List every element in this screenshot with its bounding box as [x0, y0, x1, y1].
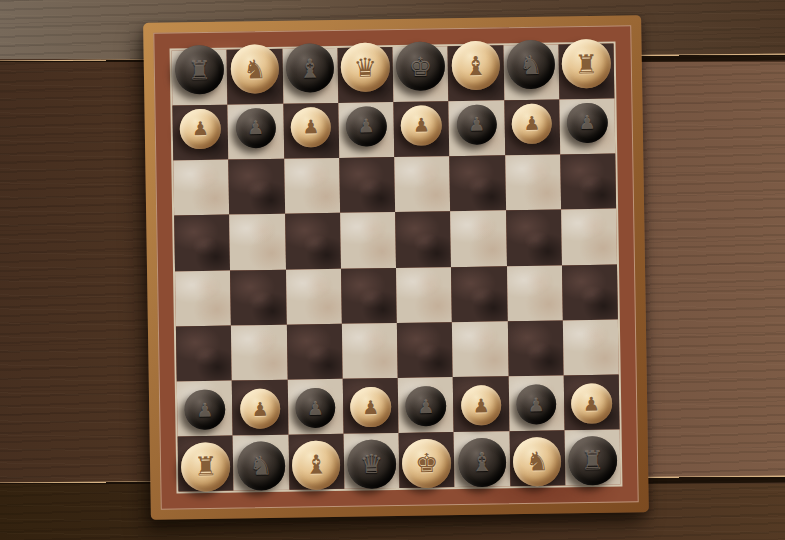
- square-d2[interactable]: ♟: [342, 378, 398, 434]
- knight-icon: ♞: [243, 56, 267, 82]
- piece-white-pawn-b2[interactable]: ♟: [240, 389, 281, 430]
- square-g5[interactable]: [506, 210, 562, 266]
- queen-icon: ♛: [353, 54, 377, 80]
- rook-icon: ♜: [188, 57, 212, 83]
- pawn-icon: ♟: [413, 116, 430, 135]
- square-g3[interactable]: [507, 320, 563, 376]
- square-e3[interactable]: [397, 322, 453, 378]
- piece-white-pawn-e7[interactable]: ♟: [401, 105, 442, 146]
- pawn-icon: ♟: [251, 399, 268, 418]
- square-g6[interactable]: [505, 155, 561, 211]
- pawn-icon: ♟: [362, 398, 379, 417]
- square-c5[interactable]: [285, 213, 341, 269]
- piece-black-bishop-c8[interactable]: ♝: [285, 43, 334, 92]
- pawn-icon: ♟: [523, 114, 540, 133]
- square-e1[interactable]: ♚: [399, 432, 455, 488]
- board-grid: ♜♞♝♛♚♝♞♜♟♟♟♟♟♟♟♟♟♟♟♟♟♟♟♟♜♞♝♛♚♝♞♜: [172, 44, 621, 492]
- piece-black-pawn-c2[interactable]: ♟: [295, 388, 336, 429]
- rook-icon: ♜: [194, 454, 218, 480]
- square-h2[interactable]: ♟: [563, 374, 619, 430]
- piece-white-pawn-d2[interactable]: ♟: [350, 387, 391, 428]
- square-e6[interactable]: [394, 156, 450, 212]
- piece-white-bishop-c1[interactable]: ♝: [292, 440, 341, 489]
- square-a7[interactable]: ♟: [172, 105, 228, 161]
- square-a3[interactable]: [176, 325, 232, 381]
- square-h1[interactable]: ♜: [564, 429, 620, 485]
- pawn-icon: ♟: [357, 116, 374, 135]
- pawn-icon: ♟: [307, 399, 324, 418]
- square-c7[interactable]: ♟: [283, 103, 339, 159]
- square-e8[interactable]: ♚: [393, 46, 449, 102]
- pawn-icon: ♟: [417, 397, 434, 416]
- pawn-icon: ♟: [528, 395, 545, 414]
- square-f8[interactable]: ♝: [448, 45, 504, 101]
- square-h6[interactable]: [560, 154, 616, 210]
- square-a5[interactable]: [174, 215, 230, 271]
- square-h8[interactable]: ♜: [558, 44, 614, 100]
- square-g4[interactable]: [506, 265, 562, 321]
- king-icon: ♚: [415, 450, 439, 476]
- bishop-icon: ♝: [464, 52, 488, 78]
- piece-black-pawn-f7[interactable]: ♟: [456, 104, 497, 145]
- square-b7[interactable]: ♟: [228, 104, 284, 160]
- square-b8[interactable]: ♞: [227, 49, 283, 105]
- square-e2[interactable]: ♟: [398, 377, 454, 433]
- piece-black-pawn-e2[interactable]: ♟: [405, 386, 446, 427]
- piece-white-knight-b8[interactable]: ♞: [230, 44, 279, 93]
- piece-black-rook-a8[interactable]: ♜: [175, 45, 224, 94]
- square-f1[interactable]: ♝: [454, 431, 510, 487]
- square-d1[interactable]: ♛: [343, 433, 399, 489]
- square-d6[interactable]: [339, 157, 395, 213]
- square-f5[interactable]: [450, 211, 506, 267]
- piece-black-pawn-g2[interactable]: ♟: [516, 384, 557, 425]
- rook-icon: ♜: [574, 51, 598, 77]
- piece-black-pawn-h7[interactable]: ♟: [567, 102, 608, 143]
- square-c1[interactable]: ♝: [288, 434, 344, 490]
- pawn-icon: ♟: [468, 115, 485, 134]
- pawn-icon: ♟: [302, 117, 319, 136]
- piece-white-knight-g1[interactable]: ♞: [513, 437, 562, 486]
- chess-board: ♜♞♝♛♚♝♞♜♟♟♟♟♟♟♟♟♟♟♟♟♟♟♟♟♜♞♝♛♚♝♞♜: [143, 15, 649, 520]
- square-b4[interactable]: [230, 269, 286, 325]
- pawn-icon: ♟: [578, 113, 595, 132]
- bishop-icon: ♝: [298, 55, 322, 81]
- piece-black-knight-g8[interactable]: ♞: [506, 40, 555, 89]
- square-e7[interactable]: ♟: [393, 101, 449, 157]
- piece-white-pawn-h2[interactable]: ♟: [571, 383, 612, 424]
- square-e5[interactable]: [395, 212, 451, 268]
- square-c8[interactable]: ♝: [282, 48, 338, 104]
- square-c3[interactable]: [286, 323, 342, 379]
- knight-icon: ♞: [525, 448, 549, 474]
- square-d8[interactable]: ♛: [337, 47, 393, 103]
- square-d3[interactable]: [342, 323, 398, 379]
- square-a6[interactable]: [173, 160, 229, 216]
- square-h4[interactable]: [562, 264, 618, 320]
- square-d7[interactable]: ♟: [338, 102, 394, 158]
- piece-black-knight-b1[interactable]: ♞: [236, 441, 285, 490]
- pawn-icon: ♟: [247, 118, 264, 137]
- square-a1[interactable]: ♜: [178, 435, 234, 491]
- square-g1[interactable]: ♞: [509, 430, 565, 486]
- square-f4[interactable]: [451, 266, 507, 322]
- piece-white-pawn-f2[interactable]: ♟: [461, 385, 502, 426]
- square-b2[interactable]: ♟: [232, 379, 288, 435]
- square-f3[interactable]: [452, 321, 508, 377]
- square-f7[interactable]: ♟: [449, 100, 505, 156]
- square-a2[interactable]: ♟: [177, 380, 233, 436]
- square-c6[interactable]: [284, 158, 340, 214]
- king-icon: ♚: [409, 53, 433, 79]
- pawn-icon: ♟: [196, 400, 213, 419]
- square-g7[interactable]: ♟: [504, 100, 560, 156]
- piece-black-pawn-b7[interactable]: ♟: [235, 107, 276, 148]
- square-d4[interactable]: [341, 268, 397, 324]
- piece-black-queen-d1[interactable]: ♛: [347, 440, 396, 489]
- piece-white-king-e1[interactable]: ♚: [402, 439, 451, 488]
- piece-black-bishop-f1[interactable]: ♝: [457, 438, 506, 487]
- piece-black-king-e8[interactable]: ♚: [396, 42, 445, 91]
- piece-white-rook-a1[interactable]: ♜: [181, 442, 230, 491]
- queen-icon: ♛: [360, 451, 384, 477]
- square-g8[interactable]: ♞: [503, 44, 559, 100]
- pawn-icon: ♟: [192, 119, 209, 138]
- square-b6[interactable]: [229, 159, 285, 215]
- square-f2[interactable]: ♟: [453, 376, 509, 432]
- square-b1[interactable]: ♞: [233, 435, 289, 491]
- piece-white-pawn-c7[interactable]: ♟: [290, 106, 331, 147]
- square-d5[interactable]: [340, 212, 396, 268]
- bishop-icon: ♝: [470, 449, 494, 475]
- square-a4[interactable]: [175, 270, 231, 326]
- rook-icon: ♜: [581, 448, 605, 474]
- pawn-icon: ♟: [583, 394, 600, 413]
- square-g2[interactable]: ♟: [508, 375, 564, 431]
- piece-white-pawn-a7[interactable]: ♟: [180, 108, 221, 149]
- knight-icon: ♞: [249, 453, 273, 479]
- square-h5[interactable]: [561, 209, 617, 265]
- square-a8[interactable]: ♜: [172, 50, 228, 106]
- piece-white-pawn-g7[interactable]: ♟: [511, 103, 552, 144]
- piece-white-bishop-f8[interactable]: ♝: [451, 41, 500, 90]
- piece-black-pawn-d7[interactable]: ♟: [346, 106, 387, 147]
- piece-black-pawn-a2[interactable]: ♟: [184, 389, 225, 430]
- square-c2[interactable]: ♟: [287, 379, 343, 435]
- pawn-icon: ♟: [472, 396, 489, 415]
- bishop-icon: ♝: [304, 452, 328, 478]
- square-h3[interactable]: [563, 319, 619, 375]
- square-b5[interactable]: [229, 214, 285, 270]
- square-b3[interactable]: [231, 324, 287, 380]
- piece-white-queen-d8[interactable]: ♛: [341, 43, 390, 92]
- knight-icon: ♞: [519, 51, 543, 77]
- piece-black-rook-h1[interactable]: ♜: [568, 436, 617, 485]
- square-e4[interactable]: [396, 267, 452, 323]
- square-h7[interactable]: ♟: [559, 99, 615, 155]
- square-c4[interactable]: [286, 268, 342, 324]
- square-f6[interactable]: [450, 156, 506, 212]
- piece-white-rook-h8[interactable]: ♜: [562, 39, 611, 88]
